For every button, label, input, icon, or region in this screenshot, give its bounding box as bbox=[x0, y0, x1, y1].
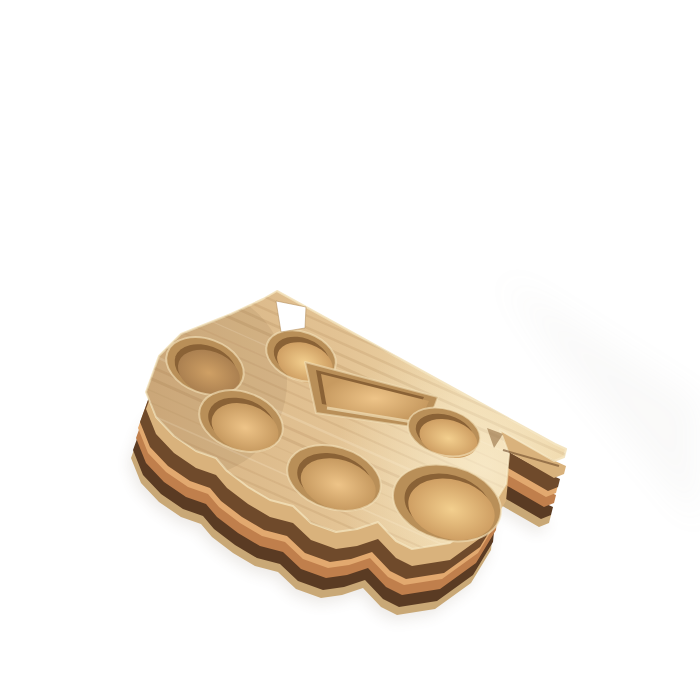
tray-photo-svg bbox=[0, 0, 700, 700]
product-photo bbox=[0, 0, 700, 700]
grip-bar-slot bbox=[276, 301, 306, 332]
